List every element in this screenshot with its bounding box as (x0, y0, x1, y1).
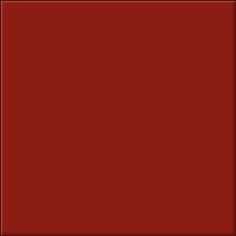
board-frame (0, 0, 236, 236)
chess-board (6, 6, 230, 230)
